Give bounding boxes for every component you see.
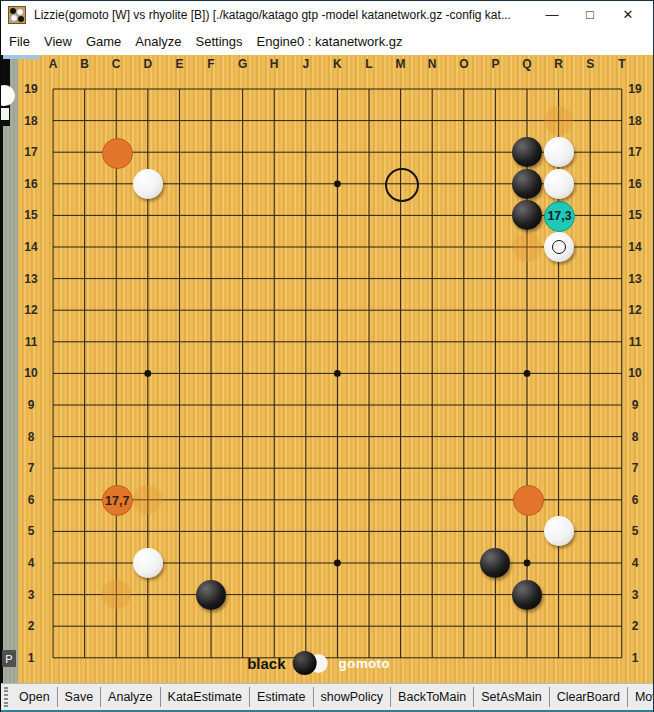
- coord-label-left-7: 7: [28, 461, 35, 475]
- coord-label-right-13: 13: [628, 272, 641, 286]
- stone-black-q3: [512, 580, 542, 610]
- coord-label-left-16: 16: [24, 177, 37, 191]
- left-panel-marker-fragment: [1, 108, 9, 120]
- menu-item-settings[interactable]: Settings: [189, 34, 250, 49]
- coord-label-left-15: 15: [24, 208, 37, 222]
- toolbar-drag-handle[interactable]: [4, 687, 8, 707]
- coord-label-left-13: 13: [24, 272, 37, 286]
- coord-label-top-B: B: [80, 57, 89, 71]
- suggestion-r18[interactable]: [544, 106, 573, 135]
- menu-item-file[interactable]: File: [1, 34, 37, 49]
- menu-item-analyze[interactable]: Analyze: [128, 34, 188, 49]
- suggestion-r15[interactable]: 17,3: [544, 201, 575, 232]
- coord-label-right-16: 16: [628, 177, 641, 191]
- suggestion-q14[interactable]: [513, 233, 542, 262]
- stone-white-r17: [544, 137, 574, 167]
- coord-label-top-A: A: [49, 57, 58, 71]
- bottom-toolbar: OpenSaveAnalyzeKataEstimateEstimateshowP…: [1, 683, 653, 712]
- title-bar: Lizzie(gomoto [W] vs rhyolite [B]) [./ka…: [1, 1, 653, 28]
- coord-label-right-15: 15: [628, 208, 641, 222]
- coord-label-top-M: M: [396, 57, 406, 71]
- coord-label-top-F: F: [207, 57, 214, 71]
- toolbar-button-estimate[interactable]: Estimate: [250, 687, 314, 707]
- coord-label-right-12: 12: [628, 303, 641, 317]
- stone-black-f3: [196, 580, 226, 610]
- coord-label-top-R: R: [554, 57, 563, 71]
- last-move-marker: [552, 240, 566, 254]
- coord-label-top-T: T: [618, 57, 625, 71]
- coord-label-left-14: 14: [24, 240, 37, 254]
- coord-label-right-3: 3: [632, 588, 639, 602]
- coord-label-right-8: 8: [632, 430, 639, 444]
- coord-label-top-D: D: [143, 57, 152, 71]
- coord-label-right-17: 17: [628, 145, 641, 159]
- coord-label-top-P: P: [491, 57, 499, 71]
- toolbar-button-movenumber[interactable]: MoveNumber: [628, 687, 653, 707]
- stone-black-q16: [512, 169, 542, 199]
- toolbar-button-backtomain[interactable]: BackToMain: [391, 687, 474, 707]
- coord-label-top-O: O: [459, 57, 468, 71]
- coord-label-left-5: 5: [28, 524, 35, 538]
- suggestion-c6[interactable]: 17,7: [102, 485, 133, 516]
- coord-label-right-18: 18: [628, 114, 641, 128]
- menu-item-engine0-katanetwork-gz[interactable]: Engine0 : katanetwork.gz: [250, 34, 410, 49]
- stone-black-q17: [512, 137, 542, 167]
- board-area: P black gomoto ABCDEFGHJKLMNOPQRST191918…: [1, 55, 653, 683]
- toolbar-button-kataestimate[interactable]: KataEstimate: [161, 687, 250, 707]
- coord-label-top-N: N: [428, 57, 437, 71]
- coord-label-top-G: G: [238, 57, 247, 71]
- coord-label-right-1: 1: [632, 651, 639, 665]
- toolbar-button-analyze[interactable]: Analyze: [101, 687, 160, 707]
- coord-label-left-3: 3: [28, 588, 35, 602]
- coord-label-right-11: 11: [629, 335, 642, 349]
- ponder-indicator: P: [2, 650, 16, 667]
- coord-label-left-6: 6: [28, 493, 35, 507]
- coord-label-left-10: 10: [24, 366, 37, 380]
- stone-white-r5: [544, 516, 574, 546]
- turn-stone-toggle[interactable]: [293, 651, 333, 675]
- window-title: Lizzie(gomoto [W] vs rhyolite [B]) [./ka…: [34, 8, 533, 22]
- coord-label-right-10: 10: [628, 366, 641, 380]
- lizzie-window: Lizzie(gomoto [W] vs rhyolite [B]) [./ka…: [0, 0, 654, 712]
- coord-label-left-18: 18: [24, 114, 37, 128]
- coord-label-left-11: 11: [25, 335, 38, 349]
- menu-bar: FileViewGameAnalyzeSettingsEngine0 : kat…: [1, 28, 653, 55]
- close-button[interactable]: ✕: [609, 7, 647, 22]
- coord-label-top-K: K: [333, 57, 342, 71]
- coord-label-left-8: 8: [28, 430, 35, 444]
- player-name-label: gomoto: [339, 656, 390, 671]
- coord-label-top-Q: Q: [522, 57, 531, 71]
- coord-label-left-1: 1: [28, 651, 35, 665]
- suggestion-c3[interactable]: [102, 580, 131, 609]
- coord-label-right-7: 7: [632, 461, 639, 475]
- coord-label-top-J: J: [302, 57, 309, 71]
- coord-label-top-L: L: [365, 57, 372, 71]
- coord-label-right-4: 4: [632, 556, 639, 570]
- suggestion-q6[interactable]: [513, 485, 544, 516]
- left-panel-scroll-fragment: [3, 55, 40, 59]
- coord-label-left-19: 19: [24, 82, 37, 96]
- maximize-button[interactable]: □: [571, 7, 609, 22]
- stone-white-r14: [544, 232, 574, 262]
- turn-label: black: [247, 655, 285, 672]
- left-panel-edge: [1, 55, 18, 683]
- toolbar-button-setasmain[interactable]: SetAsMain: [474, 687, 549, 707]
- stone-white-r16: [544, 169, 574, 199]
- toolbar-button-clearboard[interactable]: ClearBoard: [550, 687, 628, 707]
- coord-label-right-9: 9: [632, 398, 639, 412]
- turn-indicator[interactable]: black gomoto: [247, 651, 390, 675]
- coord-label-right-6: 6: [632, 493, 639, 507]
- app-icon: [8, 6, 26, 24]
- coord-label-right-5: 5: [632, 524, 639, 538]
- coord-label-right-2: 2: [632, 619, 639, 633]
- stone-white-d16: [133, 169, 163, 199]
- coord-label-right-14: 14: [628, 240, 641, 254]
- coord-label-top-S: S: [586, 57, 594, 71]
- menu-item-view[interactable]: View: [37, 34, 79, 49]
- coord-label-left-2: 2: [28, 619, 35, 633]
- toolbar-button-open[interactable]: Open: [12, 687, 58, 707]
- menu-item-game[interactable]: Game: [79, 34, 128, 49]
- next-move-marker: [385, 168, 419, 202]
- coord-label-top-H: H: [270, 57, 279, 71]
- coord-label-left-4: 4: [28, 556, 35, 570]
- minimize-button[interactable]: —: [533, 7, 571, 22]
- toolbar-button-save[interactable]: Save: [58, 687, 102, 707]
- suggestion-c17[interactable]: [102, 138, 133, 169]
- coord-label-left-9: 9: [28, 398, 35, 412]
- coord-label-right-19: 19: [628, 82, 641, 96]
- coord-label-top-C: C: [112, 57, 121, 71]
- coord-label-top-E: E: [175, 57, 183, 71]
- coord-label-left-12: 12: [24, 303, 37, 317]
- toolbar-button-showpolicy[interactable]: showPolicy: [314, 687, 392, 707]
- stone-white-d4: [133, 548, 163, 578]
- coord-label-left-17: 17: [24, 145, 37, 159]
